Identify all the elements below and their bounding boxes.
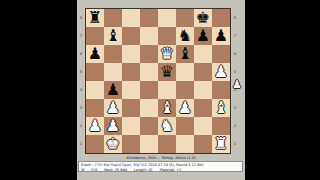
game-length: Length: 41 [134, 168, 153, 172]
file-label-c: c [121, 0, 139, 7]
square-e1[interactable] [158, 135, 176, 153]
square-d1[interactable] [140, 135, 158, 153]
square-h6[interactable] [212, 45, 230, 63]
square-g7[interactable]: ♟ [194, 27, 212, 45]
rank-label-5: 5 [77, 62, 85, 80]
rank-label-1: 1 [231, 134, 239, 152]
rank-label-8: 8 [231, 8, 239, 26]
piece-bR-a8[interactable]: ♜ [86, 9, 104, 27]
square-c6[interactable] [122, 45, 140, 63]
square-g1[interactable] [194, 135, 212, 153]
piece-bQ-e5[interactable]: ♛ [158, 63, 176, 81]
square-g8[interactable]: ♚ [194, 9, 212, 27]
event-name-link[interactable]: 27th Biel Rapid Open, Biel SUI [94, 163, 146, 167]
square-b4[interactable]: ♟ [104, 81, 122, 99]
file-label-h: h [211, 0, 229, 7]
side-to-move: W [81, 168, 84, 172]
square-h4[interactable] [212, 81, 230, 99]
square-d6[interactable] [140, 45, 158, 63]
square-e5[interactable]: ♛ [158, 63, 176, 81]
piece-wN-e2[interactable]: ♞ [158, 117, 176, 135]
board-panel: abcdefgh abcdefgh 87654321 87654321 ♜♚♝♞… [77, 0, 245, 180]
square-a4[interactable] [86, 81, 104, 99]
rank-label-8: 8 [77, 8, 85, 26]
square-g4[interactable] [194, 81, 212, 99]
material-balance: Material: +1 [160, 168, 182, 172]
file-label-a: a [85, 153, 103, 160]
square-e2[interactable]: ♞ [158, 117, 176, 135]
square-b3[interactable]: ♟ [104, 99, 122, 117]
file-label-b: b [103, 0, 121, 7]
rank-label-7: 7 [231, 26, 239, 44]
square-f1[interactable] [176, 135, 194, 153]
square-f8[interactable] [176, 9, 194, 27]
piece-wP-a2[interactable]: ♟ [86, 117, 104, 135]
piece-wB-h3[interactable]: ♝ [212, 99, 230, 117]
file-label-f: f [175, 0, 193, 7]
square-e3[interactable]: ♝ [158, 99, 176, 117]
square-d2[interactable] [140, 117, 158, 135]
rank-label-4: 4 [77, 80, 85, 98]
square-a1[interactable] [86, 135, 104, 153]
rank-label-3: 3 [231, 98, 239, 116]
next-move: Next: 25.Nd4 [104, 168, 127, 172]
square-c1[interactable] [122, 135, 140, 153]
event-label: Event : [81, 163, 93, 167]
piece-bP-a6[interactable]: ♟ [86, 45, 104, 63]
square-d4[interactable] [140, 81, 158, 99]
square-b5[interactable] [104, 63, 122, 81]
square-c3[interactable] [122, 99, 140, 117]
rank-label-6: 6 [231, 44, 239, 62]
square-b7[interactable]: ♝ [104, 27, 122, 45]
file-label-e: e [157, 0, 175, 7]
file-labels-top: abcdefgh [85, 0, 231, 7]
file-label-g: g [193, 0, 211, 7]
piece-wP-f3[interactable]: ♟ [176, 99, 194, 117]
square-b1[interactable]: ♚ [104, 135, 122, 153]
rank-label-2: 2 [231, 116, 239, 134]
square-g5[interactable] [194, 63, 212, 81]
rank-label-2: 2 [77, 116, 85, 134]
rank-label-1: 1 [77, 134, 85, 152]
piece-wP-b3[interactable]: ♟ [104, 99, 122, 117]
file-label-d: d [139, 0, 157, 7]
piece-bP-b4[interactable]: ♟ [104, 81, 122, 99]
square-g3[interactable] [194, 99, 212, 117]
square-f4[interactable] [176, 81, 194, 99]
square-a8[interactable]: ♜ [86, 9, 104, 27]
square-h1[interactable]: ♜ [212, 135, 230, 153]
square-a7[interactable] [86, 27, 104, 45]
event-row: Event : 27th Biel Rapid Open, Biel SUI 2… [81, 163, 243, 167]
square-c2[interactable] [122, 117, 140, 135]
square-f3[interactable]: ♟ [176, 99, 194, 117]
square-g6[interactable] [194, 45, 212, 63]
piece-wQ-e6[interactable]: ♛ [158, 45, 176, 63]
piece-wP-h5[interactable]: ♟ [212, 63, 230, 81]
video-frame: { "game": "chess", "position": { "fen": … [0, 0, 320, 180]
square-c5[interactable] [122, 63, 140, 81]
players-line: Krivoborov, Mikh -- Tolnay, Alexis (1-0) [111, 155, 212, 159]
piece-bB-f6[interactable]: ♝ [176, 45, 194, 63]
piece-wP-b2[interactable]: ♟ [104, 117, 122, 135]
square-f7[interactable]: ♞ [176, 27, 194, 45]
square-g2[interactable] [194, 117, 212, 135]
square-e7[interactable] [158, 27, 176, 45]
status-row: W R/B Next: 25.Nd4 Length: 41 Material: … [81, 168, 243, 172]
piece-wK-b1[interactable]: ♚ [104, 135, 122, 153]
piece-bN-f7[interactable]: ♞ [176, 27, 194, 45]
square-a2[interactable]: ♟ [86, 117, 104, 135]
event-details: 2024.07.14 (5), Round 5.12 B92 [148, 163, 204, 167]
rank-label-6: 6 [77, 44, 85, 62]
square-c4[interactable] [122, 81, 140, 99]
square-c8[interactable] [122, 9, 140, 27]
square-d8[interactable] [140, 9, 158, 27]
square-d3[interactable] [140, 99, 158, 117]
piece-bB-b7[interactable]: ♝ [104, 27, 122, 45]
square-h2[interactable] [212, 117, 230, 135]
square-d7[interactable] [140, 27, 158, 45]
square-a3[interactable] [86, 99, 104, 117]
chess-board[interactable]: ♜♚♝♞♟♟♟♛♝♛♟♟♟♝♟♝♟♟♞♚♜ [85, 8, 231, 154]
game-info-box: Event : 27th Biel Rapid Open, Biel SUI 2… [78, 161, 243, 172]
piece-bK-g8[interactable]: ♚ [194, 9, 212, 27]
square-h7[interactable]: ♟ [212, 27, 230, 45]
rank-labels-left: 87654321 [77, 8, 85, 154]
status-mode: R/B [91, 168, 97, 172]
square-e6[interactable]: ♛ [158, 45, 176, 63]
file-label-h: h [211, 153, 229, 160]
piece-bP-g7[interactable]: ♟ [194, 27, 212, 45]
square-e8[interactable] [158, 9, 176, 27]
square-b2[interactable]: ♟ [104, 117, 122, 135]
square-a5[interactable] [86, 63, 104, 81]
square-f6[interactable]: ♝ [176, 45, 194, 63]
square-c7[interactable] [122, 27, 140, 45]
square-f2[interactable] [176, 117, 194, 135]
square-d5[interactable] [140, 63, 158, 81]
piece-wB-e3[interactable]: ♝ [158, 99, 176, 117]
square-a6[interactable]: ♟ [86, 45, 104, 63]
rank-label-7: 7 [77, 26, 85, 44]
piece-wR-h1[interactable]: ♜ [212, 135, 230, 153]
file-label-a: a [85, 0, 103, 7]
square-b6[interactable] [104, 45, 122, 63]
square-h5[interactable]: ♟ [212, 63, 230, 81]
square-h3[interactable]: ♝ [212, 99, 230, 117]
material-advantage-pawn-icon: ♟ [232, 78, 244, 92]
square-h8[interactable] [212, 9, 230, 27]
rank-label-3: 3 [77, 98, 85, 116]
piece-bP-h7[interactable]: ♟ [212, 27, 230, 45]
square-f5[interactable] [176, 63, 194, 81]
square-e4[interactable] [158, 81, 176, 99]
square-b8[interactable] [104, 9, 122, 27]
